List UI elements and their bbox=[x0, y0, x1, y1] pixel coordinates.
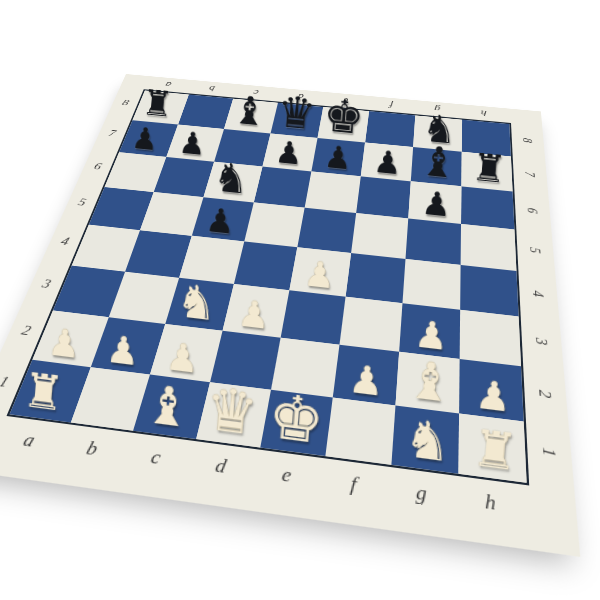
white-king-e1[interactable]: ♚ bbox=[266, 384, 326, 453]
square-f4[interactable] bbox=[346, 253, 406, 303]
black-king-e8[interactable]: ♚ bbox=[321, 92, 365, 141]
black-pawn-d7[interactable]: ♟ bbox=[274, 136, 304, 169]
square-e1[interactable]: ♚ bbox=[260, 390, 332, 456]
black-rook-a8[interactable]: ♜ bbox=[140, 85, 173, 123]
black-pawn-b7[interactable]: ♟ bbox=[177, 127, 206, 160]
file-label-e: e bbox=[250, 452, 323, 500]
square-e3[interactable] bbox=[281, 290, 346, 344]
square-g5[interactable] bbox=[405, 218, 461, 264]
black-rook-h7[interactable]: ♜ bbox=[470, 148, 507, 189]
square-d1[interactable]: ♛ bbox=[196, 382, 271, 447]
black-pawn-a7[interactable]: ♟ bbox=[130, 122, 159, 154]
square-h1[interactable]: ♜ bbox=[458, 413, 526, 482]
square-a6[interactable] bbox=[105, 152, 167, 192]
black-queen-d8[interactable]: ♛ bbox=[275, 90, 317, 137]
white-rook-h1[interactable]: ♜ bbox=[470, 423, 520, 479]
white-pawn-e4[interactable]: ♟ bbox=[302, 255, 336, 293]
white-pawn-b2[interactable]: ♟ bbox=[105, 329, 141, 371]
black-bishop-c8[interactable]: ♝ bbox=[231, 90, 268, 132]
square-f2[interactable]: ♟ bbox=[333, 345, 399, 406]
square-e5[interactable] bbox=[297, 208, 356, 253]
square-h4[interactable] bbox=[460, 265, 518, 316]
photo-scene: abcdefgh 87654321 87654321 abcdefgh ♜♝♛♚… bbox=[0, 0, 600, 600]
square-e4[interactable]: ♟ bbox=[289, 247, 351, 297]
file-label-c: c bbox=[118, 435, 193, 482]
white-pawn-a2[interactable]: ♟ bbox=[46, 322, 81, 363]
white-pawn-f2[interactable]: ♟ bbox=[347, 359, 385, 402]
file-label-h: h bbox=[455, 478, 526, 529]
square-g7[interactable]: ♝ bbox=[411, 147, 462, 186]
square-d5[interactable] bbox=[244, 202, 304, 247]
square-h2[interactable]: ♟ bbox=[459, 359, 524, 421]
square-h6[interactable] bbox=[461, 186, 514, 229]
square-g4[interactable] bbox=[402, 259, 460, 310]
square-h3[interactable] bbox=[460, 310, 521, 367]
square-d6[interactable] bbox=[254, 167, 312, 208]
file-label-d: d bbox=[183, 443, 257, 491]
square-h7[interactable]: ♜ bbox=[461, 152, 512, 192]
square-d7[interactable]: ♟ bbox=[262, 133, 317, 171]
square-b4[interactable] bbox=[125, 230, 192, 278]
square-g2[interactable]: ♝ bbox=[395, 352, 459, 414]
white-pawn-c2[interactable]: ♟ bbox=[164, 337, 200, 379]
black-pawn-f7[interactable]: ♟ bbox=[372, 145, 402, 178]
square-c5[interactable]: ♟ bbox=[192, 197, 254, 241]
white-bishop-c1[interactable]: ♝ bbox=[142, 377, 193, 436]
square-f3[interactable] bbox=[339, 297, 402, 352]
board-grid: ♜♝♛♚♞♟♟♟♟♟♝♜♞♟♟♟♞♟♟♟♟♟♟♝♟♜♝♛♚♞♜ bbox=[10, 91, 527, 483]
square-d4[interactable] bbox=[234, 241, 297, 290]
square-f6[interactable] bbox=[356, 176, 411, 218]
white-pawn-d3[interactable]: ♟ bbox=[236, 294, 271, 334]
black-pawn-c5[interactable]: ♟ bbox=[204, 203, 236, 239]
white-pawn-h2[interactable]: ♟ bbox=[473, 374, 512, 418]
square-f8[interactable] bbox=[365, 111, 415, 147]
square-g1[interactable]: ♞ bbox=[391, 405, 459, 473]
black-pawn-g6[interactable]: ♟ bbox=[420, 186, 452, 221]
white-bishop-g2[interactable]: ♝ bbox=[404, 353, 455, 410]
square-c8[interactable]: ♝ bbox=[224, 99, 278, 134]
file-label-b: b bbox=[54, 426, 130, 472]
square-f7[interactable]: ♟ bbox=[361, 142, 413, 181]
square-b1[interactable] bbox=[71, 367, 150, 430]
black-bishop-g7[interactable]: ♝ bbox=[418, 140, 458, 185]
square-f5[interactable] bbox=[351, 213, 408, 259]
white-knight-c3[interactable]: ♞ bbox=[174, 278, 218, 328]
black-knight-c6[interactable]: ♞ bbox=[211, 157, 249, 200]
square-d3[interactable]: ♟ bbox=[223, 284, 290, 338]
white-rook-a1[interactable]: ♜ bbox=[21, 366, 66, 419]
square-h5[interactable] bbox=[461, 224, 517, 271]
chess-board-mat: abcdefgh 87654321 87654321 abcdefgh ♜♝♛♚… bbox=[0, 74, 580, 557]
square-f1[interactable] bbox=[325, 398, 395, 465]
white-knight-g1[interactable]: ♞ bbox=[402, 412, 453, 470]
square-g6[interactable]: ♟ bbox=[408, 181, 461, 224]
file-label-f: f bbox=[317, 460, 388, 509]
board-play-area: ♜♝♛♚♞♟♟♟♟♟♝♜♞♟♟♟♞♟♟♟♟♟♟♝♟♜♝♛♚♞♜ bbox=[7, 89, 530, 485]
black-pawn-e7[interactable]: ♟ bbox=[323, 141, 353, 174]
square-c6[interactable]: ♞ bbox=[203, 162, 262, 203]
square-e6[interactable] bbox=[305, 171, 361, 213]
file-label-g: g bbox=[386, 469, 456, 519]
square-e7[interactable]: ♟ bbox=[311, 138, 365, 176]
white-queen-d1[interactable]: ♛ bbox=[203, 379, 260, 445]
